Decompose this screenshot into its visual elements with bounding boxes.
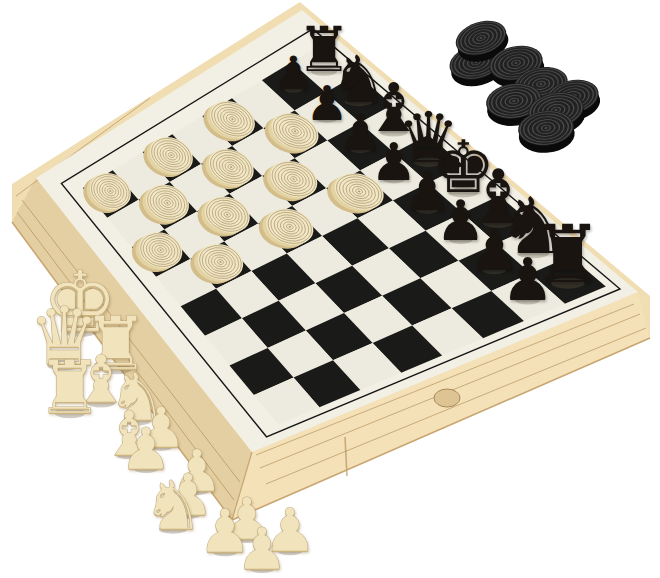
drawer-notch[interactable] bbox=[434, 389, 460, 407]
black-pawn-r1c7[interactable]: ♟ bbox=[501, 251, 554, 310]
light-knight-10[interactable]: ♞ bbox=[143, 472, 204, 540]
light-rook-3[interactable]: ♜ bbox=[37, 350, 103, 424]
light-pawn-15[interactable]: ♟ bbox=[236, 520, 288, 578]
wooden-chess-draughts-set-photo: ♜♞♝♛♚♝♞♜♟♟♟♟♟♟♟♟♚♛♜♜♝♞♝♟♟♟♞♟♟♟♟♟ bbox=[0, 0, 660, 578]
